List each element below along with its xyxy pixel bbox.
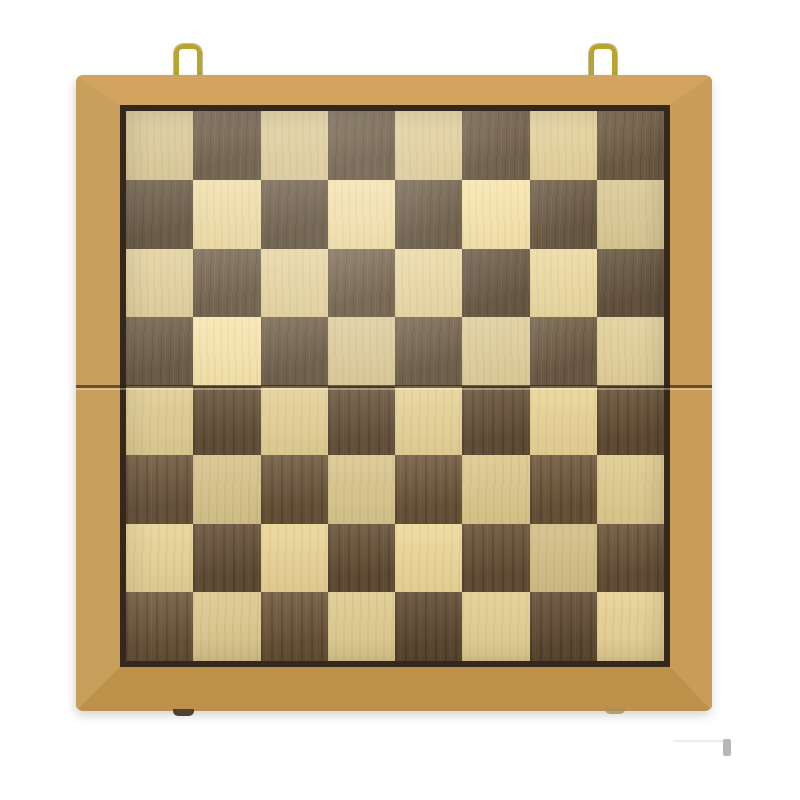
square-e7[interactable]	[395, 180, 462, 249]
square-a2[interactable]	[126, 524, 193, 593]
square-e6[interactable]	[395, 249, 462, 318]
square-b7[interactable]	[193, 180, 260, 249]
square-d7[interactable]	[328, 180, 395, 249]
square-a4[interactable]	[126, 386, 193, 455]
square-d1[interactable]	[328, 592, 395, 661]
background-artifact-line	[673, 740, 727, 742]
square-d5[interactable]	[328, 317, 395, 386]
square-e4[interactable]	[395, 386, 462, 455]
square-a8[interactable]	[126, 111, 193, 180]
square-c8[interactable]	[261, 111, 328, 180]
square-d4[interactable]	[328, 386, 395, 455]
square-a5[interactable]	[126, 317, 193, 386]
square-f8[interactable]	[462, 111, 529, 180]
square-g5[interactable]	[530, 317, 597, 386]
square-f4[interactable]	[462, 386, 529, 455]
square-e3[interactable]	[395, 455, 462, 524]
square-b5[interactable]	[193, 317, 260, 386]
square-c6[interactable]	[261, 249, 328, 318]
square-b4[interactable]	[193, 386, 260, 455]
square-f7[interactable]	[462, 180, 529, 249]
square-a3[interactable]	[126, 455, 193, 524]
square-h7[interactable]	[597, 180, 664, 249]
square-b2[interactable]	[193, 524, 260, 593]
square-g3[interactable]	[530, 455, 597, 524]
square-f1[interactable]	[462, 592, 529, 661]
square-h3[interactable]	[597, 455, 664, 524]
square-d8[interactable]	[328, 111, 395, 180]
square-a1[interactable]	[126, 592, 193, 661]
square-h2[interactable]	[597, 524, 664, 593]
square-h4[interactable]	[597, 386, 664, 455]
square-b6[interactable]	[193, 249, 260, 318]
square-d6[interactable]	[328, 249, 395, 318]
board-grid	[126, 111, 664, 661]
square-c7[interactable]	[261, 180, 328, 249]
square-c4[interactable]	[261, 386, 328, 455]
brass-clasp-left-icon	[174, 44, 202, 77]
square-c5[interactable]	[261, 317, 328, 386]
square-a7[interactable]	[126, 180, 193, 249]
square-f5[interactable]	[462, 317, 529, 386]
square-b1[interactable]	[193, 592, 260, 661]
square-g1[interactable]	[530, 592, 597, 661]
square-c2[interactable]	[261, 524, 328, 593]
square-g4[interactable]	[530, 386, 597, 455]
square-e1[interactable]	[395, 592, 462, 661]
product-photo-stage	[0, 0, 800, 800]
chess-board[interactable]	[76, 75, 712, 711]
square-c3[interactable]	[261, 455, 328, 524]
square-g2[interactable]	[530, 524, 597, 593]
square-b8[interactable]	[193, 111, 260, 180]
square-g6[interactable]	[530, 249, 597, 318]
square-g7[interactable]	[530, 180, 597, 249]
square-h8[interactable]	[597, 111, 664, 180]
square-b3[interactable]	[193, 455, 260, 524]
square-a6[interactable]	[126, 249, 193, 318]
square-c1[interactable]	[261, 592, 328, 661]
playing-field	[120, 105, 670, 667]
background-artifact-tick	[723, 739, 731, 756]
square-h1[interactable]	[597, 592, 664, 661]
square-d3[interactable]	[328, 455, 395, 524]
square-h6[interactable]	[597, 249, 664, 318]
square-g8[interactable]	[530, 111, 597, 180]
square-d2[interactable]	[328, 524, 395, 593]
square-f6[interactable]	[462, 249, 529, 318]
square-f2[interactable]	[462, 524, 529, 593]
square-h5[interactable]	[597, 317, 664, 386]
square-f3[interactable]	[462, 455, 529, 524]
square-e5[interactable]	[395, 317, 462, 386]
brass-clasp-right-icon	[589, 44, 617, 77]
square-e2[interactable]	[395, 524, 462, 593]
square-e8[interactable]	[395, 111, 462, 180]
